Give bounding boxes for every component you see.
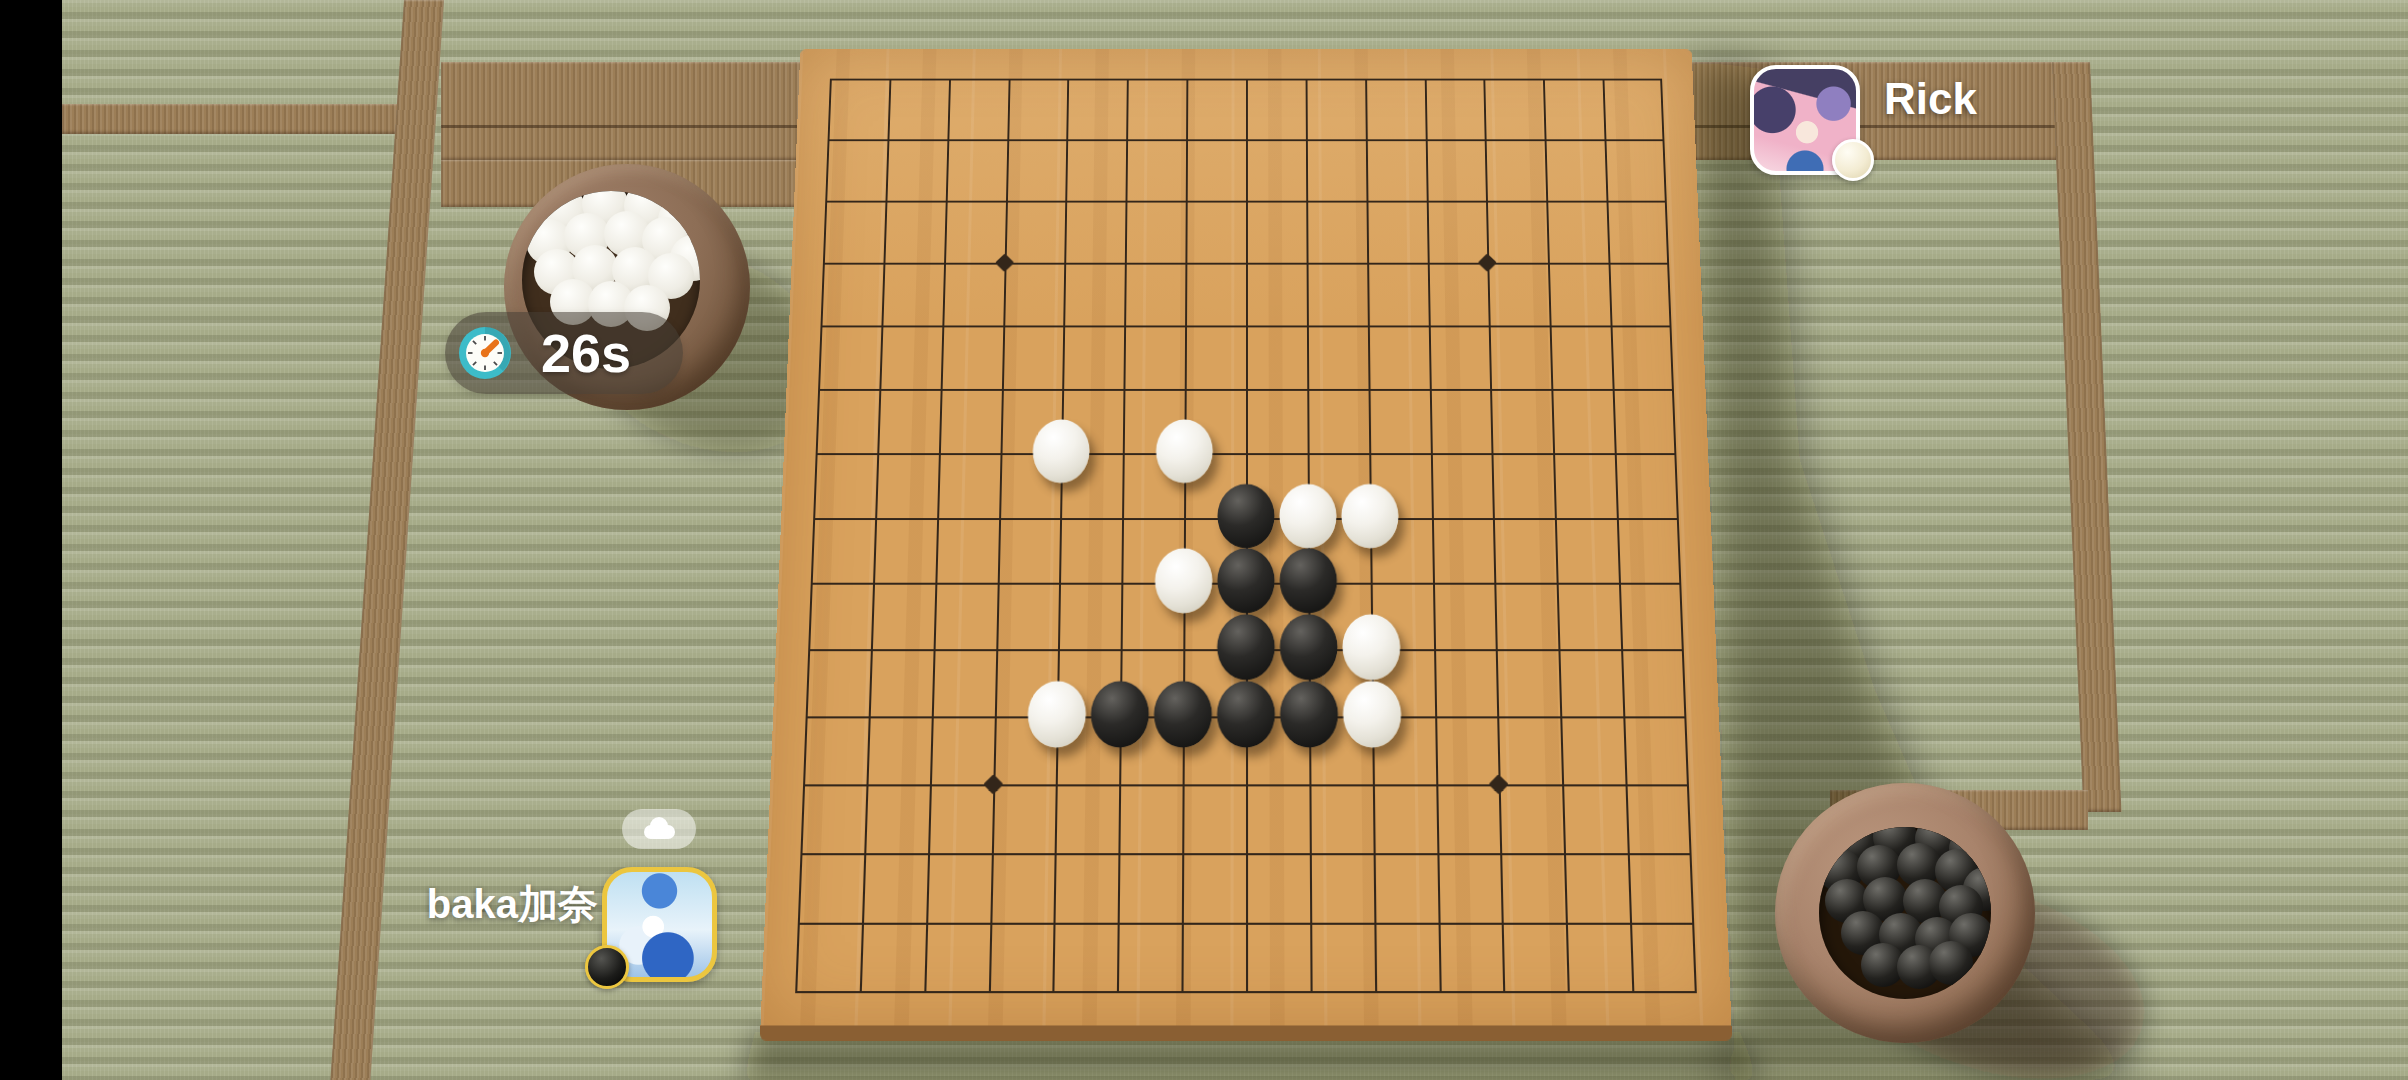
- turn-timer: 26s: [445, 312, 683, 394]
- black-stone-pile: [1819, 827, 1991, 999]
- game-screen: 26s Rick baka加奈: [0, 0, 2408, 1080]
- black-stone-badge: [585, 945, 629, 989]
- black-stone: [1280, 681, 1338, 748]
- black-stone: [1091, 681, 1150, 748]
- white-stone: [1033, 419, 1091, 483]
- star-point: [1489, 774, 1509, 795]
- star-point: [983, 774, 1003, 795]
- white-stone-badge: [1832, 139, 1874, 181]
- white-stone: [1342, 615, 1400, 681]
- black-stone: [1154, 681, 1212, 748]
- board-intersections[interactable]: [795, 79, 1697, 994]
- white-stone: [1028, 681, 1087, 748]
- black-stone: [1217, 484, 1274, 548]
- screen-edge-black-bar: [0, 0, 62, 1080]
- emote-bubble[interactable]: [622, 809, 696, 849]
- black-stone: [1217, 681, 1275, 748]
- player-black-name: baka加奈: [410, 877, 598, 932]
- player-white-name: Rick: [1884, 74, 1977, 124]
- black-stone-in-bowl: [1929, 941, 1973, 985]
- white-stone: [1279, 484, 1336, 548]
- white-stone: [1156, 419, 1213, 483]
- tatami-border-left-horizontal: [62, 104, 405, 134]
- black-stone-bowl: [1775, 783, 2035, 1043]
- timer-value: 26s: [541, 322, 631, 384]
- cloud-icon: [639, 816, 679, 842]
- black-stone: [1280, 615, 1338, 681]
- white-stone: [1343, 681, 1402, 748]
- black-stone: [1217, 549, 1274, 614]
- white-stone: [1155, 549, 1213, 614]
- go-board[interactable]: [760, 49, 1732, 1040]
- black-stone: [1279, 549, 1337, 614]
- star-point: [995, 253, 1014, 272]
- black-stone: [1217, 615, 1275, 681]
- white-stone: [1341, 484, 1399, 548]
- stopwatch-icon: [457, 325, 513, 381]
- star-point: [1478, 253, 1497, 272]
